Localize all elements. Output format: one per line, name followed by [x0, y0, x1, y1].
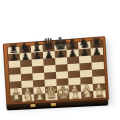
brass-clasp-icon — [51, 103, 56, 106]
square-b1: ♞ — [22, 94, 34, 102]
chess-set: ♜♞♝♛♚♝♞♜♟♟♟♟♟♟♟♟♟♟♟♟♟♟♟♟♜♞♝♛♚♝♞♜ — [3, 36, 110, 110]
chess-board: ♜♞♝♛♚♝♞♜♟♟♟♟♟♟♟♟♟♟♟♟♟♟♟♟♜♞♝♛♚♝♞♜ — [8, 40, 106, 102]
square-e1: ♚ — [57, 92, 69, 100]
board-frame: ♜♞♝♛♚♝♞♜♟♟♟♟♟♟♟♟♟♟♟♟♟♟♟♟♜♞♝♛♚♝♞♜ — [3, 36, 109, 105]
square-f1: ♝ — [69, 92, 81, 100]
square-c1: ♝ — [34, 94, 46, 102]
brass-hinge-icon — [30, 104, 35, 107]
square-g1: ♞ — [81, 91, 94, 99]
product-photo-backdrop: ♜♞♝♛♚♝♞♜♟♟♟♟♟♟♟♟♟♟♟♟♟♟♟♟♜♞♝♛♚♝♞♜ — [0, 0, 120, 120]
square-a1: ♜ — [11, 95, 23, 103]
square-d1: ♛ — [45, 93, 57, 101]
square-h1: ♜ — [93, 90, 106, 98]
